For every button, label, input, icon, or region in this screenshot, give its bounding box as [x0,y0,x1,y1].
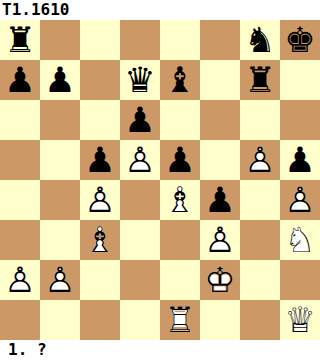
white-pawn-piece: ♙ [40,260,80,300]
square-c8[interactable] [80,20,120,60]
white-pawn-fill: ♟ [0,260,40,300]
square-a7[interactable]: ♟ [0,60,40,100]
square-h2[interactable] [280,260,320,300]
square-d6[interactable]: ♟ [120,100,160,140]
square-h4[interactable]: ♟♙ [280,180,320,220]
square-e7[interactable]: ♝ [160,60,200,100]
white-queen-piece: ♕ [280,300,320,340]
square-f5[interactable] [200,140,240,180]
white-pawn-piece: ♙ [120,140,160,180]
white-knight-fill: ♞ [280,220,320,260]
white-pawn-fill: ♟ [120,140,160,180]
square-b1[interactable] [40,300,80,340]
white-king-piece: ♔ [200,260,240,300]
square-d4[interactable] [120,180,160,220]
white-pawn-piece: ♙ [0,260,40,300]
black-pawn-piece: ♟ [40,60,80,100]
white-pawn-piece: ♙ [280,180,320,220]
square-b2[interactable]: ♟♙ [40,260,80,300]
square-a4[interactable] [0,180,40,220]
square-g2[interactable] [240,260,280,300]
square-f7[interactable] [200,60,240,100]
square-g5[interactable]: ♟♙ [240,140,280,180]
square-f4[interactable]: ♟ [200,180,240,220]
white-queen-fill: ♛ [280,300,320,340]
square-e4[interactable]: ♝♗ [160,180,200,220]
square-e3[interactable] [160,220,200,260]
square-e6[interactable] [160,100,200,140]
square-a1[interactable] [0,300,40,340]
white-bishop-fill: ♝ [160,180,200,220]
square-d2[interactable] [120,260,160,300]
white-king-fill: ♚ [200,260,240,300]
white-pawn-fill: ♟ [240,140,280,180]
square-f8[interactable] [200,20,240,60]
square-g7[interactable]: ♜ [240,60,280,100]
white-rook-fill: ♜ [160,300,200,340]
white-pawn-fill: ♟ [40,260,80,300]
square-e5[interactable]: ♟ [160,140,200,180]
white-knight-piece: ♘ [280,220,320,260]
square-b4[interactable] [40,180,80,220]
move-prompt: 1. ? [0,340,320,360]
square-h1[interactable]: ♛♕ [280,300,320,340]
black-rook-piece: ♜ [240,60,280,100]
square-d3[interactable] [120,220,160,260]
square-d5[interactable]: ♟♙ [120,140,160,180]
square-f1[interactable] [200,300,240,340]
square-d7[interactable]: ♛ [120,60,160,100]
black-pawn-piece: ♟ [160,140,200,180]
square-g8[interactable]: ♞ [240,20,280,60]
square-g3[interactable] [240,220,280,260]
square-c2[interactable] [80,260,120,300]
square-h6[interactable] [280,100,320,140]
white-bishop-fill: ♝ [80,220,120,260]
square-c7[interactable] [80,60,120,100]
square-h8[interactable]: ♚ [280,20,320,60]
white-pawn-piece: ♙ [80,180,120,220]
square-c3[interactable]: ♝♗ [80,220,120,260]
black-king-piece: ♚ [280,20,320,60]
white-bishop-piece: ♗ [80,220,120,260]
square-c1[interactable] [80,300,120,340]
square-g6[interactable] [240,100,280,140]
square-b8[interactable] [40,20,80,60]
square-c4[interactable]: ♟♙ [80,180,120,220]
black-knight-piece: ♞ [240,20,280,60]
square-h5[interactable]: ♟ [280,140,320,180]
square-d8[interactable] [120,20,160,60]
square-g1[interactable] [240,300,280,340]
square-a2[interactable]: ♟♙ [0,260,40,300]
square-f3[interactable]: ♟♙ [200,220,240,260]
square-d1[interactable] [120,300,160,340]
square-a8[interactable]: ♜ [0,20,40,60]
square-f6[interactable] [200,100,240,140]
square-a3[interactable] [0,220,40,260]
white-pawn-fill: ♟ [200,220,240,260]
white-rook-piece: ♖ [160,300,200,340]
square-e2[interactable] [160,260,200,300]
white-pawn-fill: ♟ [80,180,120,220]
square-b5[interactable] [40,140,80,180]
square-b6[interactable] [40,100,80,140]
black-queen-piece: ♛ [120,60,160,100]
square-b3[interactable] [40,220,80,260]
square-e8[interactable] [160,20,200,60]
square-h3[interactable]: ♞♘ [280,220,320,260]
square-b7[interactable]: ♟ [40,60,80,100]
square-h7[interactable] [280,60,320,100]
puzzle-title: T1.1610 [0,0,320,20]
black-pawn-piece: ♟ [280,140,320,180]
black-pawn-piece: ♟ [200,180,240,220]
square-c5[interactable]: ♟ [80,140,120,180]
white-pawn-fill: ♟ [280,180,320,220]
white-pawn-piece: ♙ [200,220,240,260]
square-g4[interactable] [240,180,280,220]
square-c6[interactable] [80,100,120,140]
black-pawn-piece: ♟ [120,100,160,140]
white-pawn-piece: ♙ [240,140,280,180]
square-e1[interactable]: ♜♖ [160,300,200,340]
white-bishop-piece: ♗ [160,180,200,220]
chess-board: ♜♞♚♟♟♛♝♜♟♟♟♙♟♟♙♟♟♙♝♗♟♟♙♝♗♟♙♞♘♟♙♟♙♚♔♜♖♛♕ [0,20,320,340]
square-a6[interactable] [0,100,40,140]
square-f2[interactable]: ♚♔ [200,260,240,300]
black-pawn-piece: ♟ [0,60,40,100]
black-pawn-piece: ♟ [80,140,120,180]
square-a5[interactable] [0,140,40,180]
black-rook-piece: ♜ [0,20,40,60]
black-bishop-piece: ♝ [160,60,200,100]
